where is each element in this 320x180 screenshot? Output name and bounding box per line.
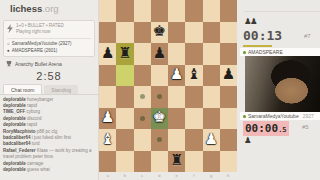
chat-text: i just fuked slim first <box>32 135 71 140</box>
square-g6[interactable] <box>203 43 220 65</box>
white-bishop[interactable]: ♝ <box>101 132 114 147</box>
logo-main: lichess <box>10 3 42 14</box>
black-rook[interactable]: ♜ <box>170 153 183 168</box>
bottom-player-rating: 2927 <box>303 113 314 119</box>
square-c6[interactable] <box>134 43 151 65</box>
top-captured-pieces: ♟♟ <box>244 16 256 26</box>
square-d8[interactable] <box>151 0 168 22</box>
black-bishop[interactable]: ♝ <box>187 67 200 82</box>
white-pawn[interactable]: ♟ <box>170 67 183 82</box>
square-h8[interactable] <box>220 0 237 22</box>
square-f7[interactable] <box>185 22 202 44</box>
square-c7[interactable] <box>134 22 151 44</box>
square-a7[interactable] <box>99 22 116 44</box>
square-f5[interactable]: ♝ <box>185 65 202 87</box>
bullet-icon <box>7 24 13 33</box>
tab-standing[interactable]: Standing <box>44 85 78 94</box>
square-h4[interactable] <box>220 86 237 108</box>
file-label-h: h <box>220 172 237 180</box>
game-meta-box: 1+0 • BULLET • RATED Playing right now ○… <box>3 20 95 57</box>
chess-board[interactable]: ♚♟♜♟♟♝♟♟♚♝♟♜ <box>99 0 237 172</box>
square-c5[interactable] <box>134 65 151 87</box>
white-king[interactable]: ♚ <box>153 110 166 125</box>
trophy-icon <box>6 61 12 67</box>
square-g2[interactable]: ♟ <box>203 129 220 151</box>
square-e6[interactable] <box>168 43 185 65</box>
square-g4[interactable] <box>203 86 220 108</box>
square-a1[interactable] <box>99 151 116 173</box>
square-d2[interactable] <box>151 129 168 151</box>
black-color-icon: ● <box>7 48 10 55</box>
top-player-name: AMADSPEARE <box>248 49 283 55</box>
square-d6[interactable]: ♟ <box>151 43 168 65</box>
square-b7[interactable] <box>116 22 133 44</box>
top-player-clock: 00:13 <box>243 28 282 43</box>
chat-text: cyborg <box>27 109 41 114</box>
square-h7[interactable] <box>220 22 237 44</box>
top-player-namebar: AMADSPEARE <box>240 48 320 56</box>
square-g3[interactable] <box>203 108 220 130</box>
chat-username[interactable]: Rafael_Federer <box>3 148 37 153</box>
chat-room[interactable]: deplorable honeybangerdeplorable rapidTI… <box>0 95 98 173</box>
square-c3[interactable] <box>134 108 151 130</box>
online-dot-icon <box>243 115 246 118</box>
square-b6[interactable]: ♜ <box>116 43 133 65</box>
square-b5[interactable] <box>116 65 133 87</box>
square-g7[interactable] <box>203 22 220 44</box>
square-a8[interactable] <box>99 0 116 22</box>
online-dot-icon <box>243 51 246 54</box>
chat-username[interactable]: deplorable <box>3 161 27 166</box>
chat-text: rapid <box>27 122 37 127</box>
file-label-a: a <box>99 172 116 180</box>
bottom-player-name: SamaraMedyaYoutube <box>248 113 299 119</box>
chat-username[interactable]: badcaliber64 <box>3 135 32 140</box>
lichess-logo[interactable]: lichess.org <box>0 0 98 14</box>
square-b4[interactable] <box>116 86 133 108</box>
chat-text: honeybanger <box>27 97 53 102</box>
file-label-e: e <box>168 172 185 180</box>
square-b3[interactable] <box>116 108 133 130</box>
chat-username[interactable]: deplorable <box>3 167 27 172</box>
chat-username[interactable]: deplorable <box>3 97 27 102</box>
file-label-b: b <box>116 172 133 180</box>
square-b1[interactable] <box>116 151 133 173</box>
white-pawn[interactable]: ♟ <box>204 132 217 147</box>
move-dest-dot <box>140 94 145 99</box>
square-e3[interactable] <box>168 108 185 130</box>
square-g5[interactable] <box>203 65 220 87</box>
square-a5[interactable] <box>99 65 116 87</box>
square-d5[interactable] <box>151 65 168 87</box>
bottom-player-namebar: SamaraMedyaYoutube 2927 <box>240 112 320 120</box>
move-dest-dot <box>157 94 162 99</box>
square-c2[interactable] <box>134 129 151 151</box>
chat-text: guess what <box>27 167 50 172</box>
square-f6[interactable] <box>185 43 202 65</box>
square-h5[interactable]: ♟ <box>220 65 237 87</box>
square-d7[interactable]: ♚ <box>151 22 168 44</box>
black-player-line[interactable]: ●AMADSPEARE (2601) <box>7 48 91 55</box>
square-c1[interactable] <box>134 151 151 173</box>
chat-message: deplorable guess what <box>3 167 95 173</box>
file-label-f: f <box>185 172 202 180</box>
chat-username[interactable]: RoryMacphisto <box>3 129 37 134</box>
square-h6[interactable] <box>220 43 237 65</box>
chat-username[interactable]: deplorable <box>3 116 27 121</box>
sidebar: lichess.org 1+0 • BULLET • RATED Playing… <box>0 0 99 180</box>
bottom-player-arena-rank: #5 <box>302 124 309 130</box>
square-b2[interactable] <box>116 129 133 151</box>
square-d4[interactable] <box>151 86 168 108</box>
tournament-link[interactable]: Anarchy Bullet Arena <box>0 57 98 67</box>
black-pawn[interactable]: ♟ <box>222 67 235 82</box>
square-f4[interactable] <box>185 86 202 108</box>
bottom-player-clock: 00:00.5 <box>243 121 289 136</box>
square-f8[interactable] <box>185 0 202 22</box>
square-g1[interactable] <box>203 151 220 173</box>
square-e2[interactable] <box>168 129 185 151</box>
square-e4[interactable] <box>168 86 185 108</box>
tournament-countdown: 2:58 <box>0 67 98 84</box>
square-d1[interactable] <box>151 151 168 173</box>
square-e7[interactable] <box>168 22 185 44</box>
clock-main: 00:00 <box>245 122 278 135</box>
white-pawn[interactable]: ♟ <box>101 110 114 125</box>
top-player-arena-rank: #7 <box>304 33 311 39</box>
move-dest-dot <box>157 137 162 142</box>
game-status: Playing right now <box>16 29 64 35</box>
black-player-name: AMADSPEARE (2601) <box>12 48 58 55</box>
square-g8[interactable] <box>203 0 220 22</box>
clock-bar <box>243 45 272 47</box>
square-e1[interactable]: ♜ <box>168 151 185 173</box>
chat-text: discord <box>27 116 42 121</box>
chat-username[interactable]: deplorable <box>3 122 27 127</box>
board-file-coordinates: abcdefgh <box>99 172 237 180</box>
tournament-name: Anarchy Bullet Arena <box>15 61 62 67</box>
tab-chat-room[interactable]: Chat room <box>3 84 42 94</box>
file-label-c: c <box>134 172 151 180</box>
chat-text: rapid <box>27 103 37 108</box>
square-h2[interactable] <box>220 129 237 151</box>
chat-username[interactable]: badcaliber64 <box>3 141 32 146</box>
square-h3[interactable] <box>220 108 237 130</box>
square-a4[interactable] <box>99 86 116 108</box>
square-f3[interactable] <box>185 108 202 130</box>
chat-tabs: Chat room Standing <box>0 84 98 95</box>
streamer-webcam <box>245 56 320 112</box>
chat-text: carnage <box>27 161 43 166</box>
square-a6[interactable]: ♟ <box>99 43 116 65</box>
square-b8[interactable] <box>116 0 133 22</box>
bottom-captured-pieces: ♟ <box>244 135 250 145</box>
chat-text: p88 pc clg <box>37 129 58 134</box>
chat-username[interactable]: deplorable <box>3 103 27 108</box>
square-a3[interactable]: ♟ <box>99 108 116 130</box>
chat-username[interactable]: TIME_OFF <box>3 109 27 114</box>
square-d3[interactable]: ♚ <box>151 108 168 130</box>
lichess-stream-overlay: lichess.org 1+0 • BULLET • RATED Playing… <box>0 0 320 180</box>
square-e8[interactable] <box>168 0 185 22</box>
square-c4[interactable] <box>134 86 151 108</box>
clock-tenths: .5 <box>278 126 286 134</box>
panel-divider <box>244 11 320 12</box>
square-c8[interactable] <box>134 0 151 22</box>
file-label-d: d <box>151 172 168 180</box>
square-e5[interactable]: ♟ <box>168 65 185 87</box>
logo-suffix: .org <box>42 3 58 14</box>
square-h1[interactable] <box>220 151 237 173</box>
square-f1[interactable] <box>185 151 202 173</box>
black-pawn[interactable]: ♟ <box>101 46 114 61</box>
black-king[interactable]: ♚ <box>153 24 166 39</box>
black-rook[interactable]: ♜ <box>118 46 131 61</box>
black-pawn[interactable]: ♟ <box>153 46 166 61</box>
chat-text: turd <box>32 141 40 146</box>
square-a2[interactable]: ♝ <box>99 129 116 151</box>
stream-panel: ♟♟ 00:13 #7 AMADSPEARE SamaraMedyaYoutub… <box>240 0 320 180</box>
square-f2[interactable] <box>185 129 202 151</box>
move-dest-dot <box>140 116 145 121</box>
chat-message: Rafael_Federer Klaas — work by creating … <box>3 148 95 161</box>
file-label-g: g <box>203 172 220 180</box>
